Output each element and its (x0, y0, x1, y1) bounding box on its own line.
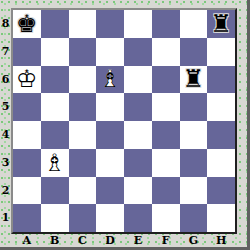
square-b2[interactable] (41, 177, 69, 205)
rank-label-6: 6 (0, 66, 11, 94)
square-g4[interactable] (180, 121, 208, 149)
square-c6[interactable] (69, 66, 97, 94)
piece-black-rook-h8[interactable]: ♜ (210, 12, 232, 36)
square-b4[interactable] (41, 121, 69, 149)
file-label-G: G (180, 234, 208, 248)
square-g7[interactable] (180, 38, 208, 66)
square-h2[interactable] (207, 177, 235, 205)
file-label-B: B (41, 234, 69, 248)
square-e2[interactable] (124, 177, 152, 205)
square-h7[interactable] (207, 38, 235, 66)
piece-outline-glyph: ♗ (44, 149, 66, 177)
square-h8[interactable]: ♜ (207, 10, 235, 38)
square-c5[interactable] (69, 93, 97, 121)
square-c7[interactable] (69, 38, 97, 66)
square-a5[interactable] (13, 93, 41, 121)
square-g1[interactable] (180, 204, 208, 232)
square-d5[interactable] (96, 93, 124, 121)
square-d1[interactable] (96, 204, 124, 232)
square-b1[interactable] (41, 204, 69, 232)
square-c2[interactable] (69, 177, 97, 205)
rank-label-2: 2 (0, 177, 11, 205)
square-b7[interactable] (41, 38, 69, 66)
square-a2[interactable] (13, 177, 41, 205)
square-f3[interactable] (152, 149, 180, 177)
square-f2[interactable] (152, 177, 180, 205)
square-a8[interactable]: ♚ (13, 10, 41, 38)
file-label-A: A (13, 234, 41, 248)
file-label-E: E (124, 234, 152, 248)
square-h1[interactable] (207, 204, 235, 232)
piece-black-king-a8[interactable]: ♚ (16, 12, 38, 36)
square-d3[interactable] (96, 149, 124, 177)
square-b6[interactable] (41, 66, 69, 94)
file-label-D: D (96, 234, 124, 248)
square-a3[interactable] (13, 149, 41, 177)
square-f7[interactable] (152, 38, 180, 66)
square-g2[interactable] (180, 177, 208, 205)
square-h3[interactable] (207, 149, 235, 177)
square-e3[interactable] (124, 149, 152, 177)
piece-white-king-a6[interactable]: ♚♔ (16, 67, 38, 91)
rank-label-8: 8 (0, 10, 11, 38)
square-c3[interactable] (69, 149, 97, 177)
rank-label-3: 3 (0, 149, 11, 177)
rank-label-4: 4 (0, 121, 11, 149)
piece-white-bishop-d6[interactable]: ♝♗ (99, 67, 121, 91)
chess-diagram-panel: ♚♜♚♔♝♗♜♝♗ 87654321 ABCDEFGH (0, 0, 250, 250)
rank-label-1: 1 (0, 204, 11, 232)
square-a4[interactable] (13, 121, 41, 149)
piece-white-bishop-b3[interactable]: ♝♗ (44, 151, 66, 175)
square-d2[interactable] (96, 177, 124, 205)
square-g6[interactable]: ♜ (180, 66, 208, 94)
square-e5[interactable] (124, 93, 152, 121)
square-g3[interactable] (180, 149, 208, 177)
square-h6[interactable] (207, 66, 235, 94)
square-d7[interactable] (96, 38, 124, 66)
square-c4[interactable] (69, 121, 97, 149)
square-b3[interactable]: ♝♗ (41, 149, 69, 177)
square-f6[interactable] (152, 66, 180, 94)
piece-black-rook-g6[interactable]: ♜ (183, 67, 205, 91)
square-a6[interactable]: ♚♔ (13, 66, 41, 94)
panel-shadow-right (247, 0, 250, 250)
file-label-F: F (152, 234, 180, 248)
square-e6[interactable] (124, 66, 152, 94)
square-c8[interactable] (69, 10, 97, 38)
square-e1[interactable] (124, 204, 152, 232)
square-e7[interactable] (124, 38, 152, 66)
square-h4[interactable] (207, 121, 235, 149)
piece-glyph: ♜ (183, 65, 205, 93)
square-g8[interactable] (180, 10, 208, 38)
piece-glyph: ♜ (210, 10, 232, 38)
square-b5[interactable] (41, 93, 69, 121)
square-h5[interactable] (207, 93, 235, 121)
square-c1[interactable] (69, 204, 97, 232)
chess-board: ♚♜♚♔♝♗♜♝♗ (11, 8, 237, 234)
piece-outline-glyph: ♔ (16, 65, 38, 93)
square-g5[interactable] (180, 93, 208, 121)
square-a1[interactable] (13, 204, 41, 232)
square-d6[interactable]: ♝♗ (96, 66, 124, 94)
square-f8[interactable] (152, 10, 180, 38)
square-f4[interactable] (152, 121, 180, 149)
square-f5[interactable] (152, 93, 180, 121)
file-label-H: H (207, 234, 235, 248)
rank-label-7: 7 (0, 38, 11, 66)
piece-glyph: ♚ (16, 10, 38, 38)
rank-label-5: 5 (0, 93, 11, 121)
square-e4[interactable] (124, 121, 152, 149)
square-d4[interactable] (96, 121, 124, 149)
piece-outline-glyph: ♗ (99, 65, 121, 93)
file-label-C: C (69, 234, 97, 248)
square-b8[interactable] (41, 10, 69, 38)
square-e8[interactable] (124, 10, 152, 38)
square-f1[interactable] (152, 204, 180, 232)
square-a7[interactable] (13, 38, 41, 66)
square-d8[interactable] (96, 10, 124, 38)
